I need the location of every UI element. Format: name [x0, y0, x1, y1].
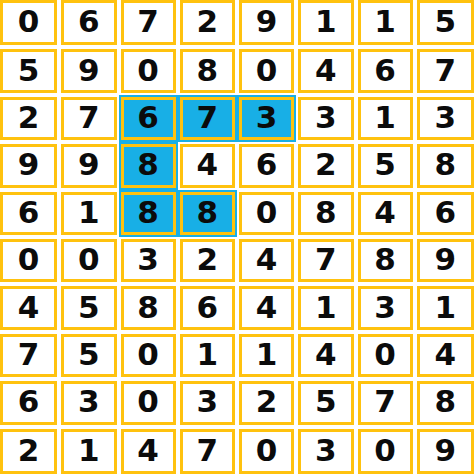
cell-digit: 5	[435, 6, 457, 37]
grid-cell-r7c0[interactable]: 7	[0, 332, 59, 379]
cell-digit: 4	[435, 339, 457, 370]
cell-digit: 1	[78, 435, 100, 466]
cell-frame: 5	[61, 286, 116, 329]
cell-digit: 5	[18, 55, 40, 86]
cell-frame: 6	[417, 192, 474, 235]
grid-cell-r3c0[interactable]: 9	[0, 142, 59, 189]
cell-digit: 6	[256, 149, 278, 180]
cell-frame: 2	[180, 239, 235, 282]
cell-frame: 0	[0, 0, 57, 45]
cell-frame: 7	[298, 239, 353, 282]
cell-digit: 0	[137, 55, 159, 86]
cell-frame: 6	[61, 0, 116, 45]
grid-cell-r7c4[interactable]: 1	[237, 332, 296, 379]
grid-cell-r7c2[interactable]: 0	[119, 332, 178, 379]
grid-cell-r0c3[interactable]: 2	[178, 0, 237, 47]
cell-frame: 6	[180, 286, 235, 329]
grid-cell-r8c7[interactable]: 8	[415, 379, 474, 426]
cell-digit: 4	[315, 339, 337, 370]
cell-frame: 3	[417, 97, 474, 140]
cell-digit: 8	[435, 386, 457, 417]
grid-cell-r8c6[interactable]: 7	[356, 379, 415, 426]
cell-frame: 0	[121, 49, 176, 92]
cell-frame: 3	[239, 97, 294, 140]
cell-digit: 0	[78, 244, 100, 275]
cell-frame: 2	[239, 381, 294, 424]
cell-digit: 6	[137, 102, 159, 133]
grid-cell-r1c0[interactable]: 5	[0, 47, 59, 94]
cell-digit: 8	[197, 55, 219, 86]
cell-frame: 1	[358, 0, 413, 45]
grid-cell-r3c1[interactable]: 9	[59, 142, 118, 189]
cell-digit: 1	[374, 6, 396, 37]
cell-frame: 3	[121, 239, 176, 282]
grid-cell-r4c7[interactable]: 6	[415, 190, 474, 237]
cell-frame: 1	[417, 286, 474, 329]
cell-digit: 0	[256, 435, 278, 466]
cell-frame: 7	[61, 97, 116, 140]
cell-digit: 5	[374, 149, 396, 180]
cell-digit: 7	[197, 435, 219, 466]
cell-frame: 4	[0, 286, 57, 329]
grid-cell-r2c3[interactable]: 7	[178, 95, 237, 142]
grid-cell-r6c4[interactable]: 4	[237, 284, 296, 331]
cell-digit: 4	[256, 292, 278, 323]
cell-frame: 6	[121, 97, 176, 140]
grid-cell-r9c1[interactable]: 1	[59, 427, 118, 474]
cell-digit: 3	[137, 244, 159, 275]
grid-cell-r9c0[interactable]: 2	[0, 427, 59, 474]
cell-digit: 0	[256, 55, 278, 86]
cell-digit: 9	[435, 435, 457, 466]
grid-cell-r5c7[interactable]: 9	[415, 237, 474, 284]
cell-frame: 2	[180, 0, 235, 45]
cell-frame: 0	[121, 381, 176, 424]
grid-cell-r0c1[interactable]: 6	[59, 0, 118, 47]
cell-frame: 3	[298, 429, 353, 474]
cell-digit: 5	[78, 292, 100, 323]
cell-digit: 5	[78, 339, 100, 370]
cell-digit: 0	[18, 6, 40, 37]
grid-cell-r5c2[interactable]: 3	[119, 237, 178, 284]
grid-cell-r9c4[interactable]: 0	[237, 427, 296, 474]
cell-digit: 1	[315, 6, 337, 37]
grid-cell-r8c1[interactable]: 3	[59, 379, 118, 426]
cell-digit: 4	[18, 292, 40, 323]
cell-digit: 3	[374, 292, 396, 323]
cell-frame: 3	[298, 97, 353, 140]
grid-cell-r1c7[interactable]: 7	[415, 47, 474, 94]
grid-cell-r4c5[interactable]: 8	[296, 190, 355, 237]
grid-cell-r9c6[interactable]: 0	[356, 427, 415, 474]
cell-digit: 2	[18, 435, 40, 466]
cell-frame: 7	[180, 97, 235, 140]
cell-digit: 8	[435, 149, 457, 180]
grid-cell-r6c6[interactable]: 3	[356, 284, 415, 331]
cell-frame: 4	[298, 49, 353, 92]
cell-frame: 7	[417, 49, 474, 92]
cell-digit: 9	[78, 149, 100, 180]
cell-digit: 0	[137, 339, 159, 370]
grid-cell-r3c3[interactable]: 4	[178, 142, 237, 189]
cell-frame: 2	[0, 429, 57, 474]
cell-frame: 6	[358, 49, 413, 92]
cell-frame: 0	[358, 334, 413, 377]
cell-frame: 5	[417, 0, 474, 45]
cell-frame: 1	[298, 0, 353, 45]
cell-frame: 7	[0, 334, 57, 377]
cell-digit: 3	[435, 102, 457, 133]
cell-digit: 7	[137, 6, 159, 37]
cell-digit: 6	[435, 197, 457, 228]
cell-frame: 0	[239, 192, 294, 235]
grid-cell-r9c2[interactable]: 4	[119, 427, 178, 474]
grid-cell-r5c4[interactable]: 4	[237, 237, 296, 284]
grid-cell-r0c7[interactable]: 5	[415, 0, 474, 47]
cell-frame: 9	[417, 429, 474, 474]
cell-digit: 1	[315, 292, 337, 323]
grid-cell-r4c6[interactable]: 4	[356, 190, 415, 237]
cell-frame: 8	[298, 192, 353, 235]
cell-digit: 7	[78, 102, 100, 133]
cell-digit: 9	[256, 6, 278, 37]
cell-digit: 3	[78, 386, 100, 417]
cell-digit: 9	[78, 55, 100, 86]
grid-cell-r0c5[interactable]: 1	[296, 0, 355, 47]
grid-cell-r1c3[interactable]: 8	[178, 47, 237, 94]
cell-frame: 0	[239, 49, 294, 92]
grid-cell-r6c7[interactable]: 1	[415, 284, 474, 331]
grid-cell-r3c2[interactable]: 8	[119, 142, 178, 189]
cell-digit: 3	[197, 386, 219, 417]
grid-cell-r1c1[interactable]: 9	[59, 47, 118, 94]
cell-digit: 6	[374, 55, 396, 86]
grid-cell-r2c0[interactable]: 2	[0, 95, 59, 142]
cell-frame: 0	[239, 429, 294, 474]
cell-frame: 4	[180, 144, 235, 187]
cell-digit: 3	[315, 435, 337, 466]
grid-cell-r3c6[interactable]: 5	[356, 142, 415, 189]
grid-cell-r4c1[interactable]: 1	[59, 190, 118, 237]
grid-cell-r7c1[interactable]: 5	[59, 332, 118, 379]
cell-frame: 5	[298, 381, 353, 424]
cell-digit: 7	[197, 102, 219, 133]
cell-frame: 4	[239, 286, 294, 329]
grid-cell-r0c4[interactable]: 9	[237, 0, 296, 47]
grid-cell-r2c5[interactable]: 3	[296, 95, 355, 142]
grid-cell-r5c5[interactable]: 7	[296, 237, 355, 284]
cell-digit: 4	[315, 55, 337, 86]
grid-cell-r9c3[interactable]: 7	[178, 427, 237, 474]
cell-frame: 2	[0, 97, 57, 140]
cell-digit: 3	[315, 102, 337, 133]
cell-frame: 5	[0, 49, 57, 92]
cell-frame: 0	[0, 239, 57, 282]
cell-frame: 6	[239, 144, 294, 187]
cell-digit: 1	[197, 339, 219, 370]
grid-cell-r9c7[interactable]: 9	[415, 427, 474, 474]
cell-frame: 8	[358, 239, 413, 282]
number-grid: 0672911559080467276733139984625861880846…	[0, 0, 474, 474]
cell-frame: 1	[61, 429, 116, 474]
grid-cell-r8c4[interactable]: 2	[237, 379, 296, 426]
grid-cell-r8c0[interactable]: 6	[0, 379, 59, 426]
cell-frame: 4	[358, 192, 413, 235]
grid-cell-r5c6[interactable]: 8	[356, 237, 415, 284]
grid-cell-r4c2[interactable]: 8	[119, 190, 178, 237]
grid-cell-r1c5[interactable]: 4	[296, 47, 355, 94]
grid-cell-r5c1[interactable]: 0	[59, 237, 118, 284]
cell-digit: 4	[197, 149, 219, 180]
grid-cell-r9c5[interactable]: 3	[296, 427, 355, 474]
cell-frame: 8	[121, 144, 176, 187]
cell-digit: 1	[256, 339, 278, 370]
grid-cell-r6c1[interactable]: 5	[59, 284, 118, 331]
cell-digit: 8	[315, 197, 337, 228]
cell-frame: 8	[180, 49, 235, 92]
cell-digit: 2	[197, 244, 219, 275]
grid-cell-r8c2[interactable]: 0	[119, 379, 178, 426]
cell-frame: 6	[0, 192, 57, 235]
grid-cell-r6c0[interactable]: 4	[0, 284, 59, 331]
grid-cell-r3c5[interactable]: 2	[296, 142, 355, 189]
cell-digit: 0	[256, 197, 278, 228]
grid-cell-r4c4[interactable]: 0	[237, 190, 296, 237]
cell-digit: 6	[197, 292, 219, 323]
grid-cell-r2c6[interactable]: 1	[356, 95, 415, 142]
grid-cell-r1c2[interactable]: 0	[119, 47, 178, 94]
cell-frame: 0	[61, 239, 116, 282]
grid-cell-r5c0[interactable]: 0	[0, 237, 59, 284]
cell-digit: 7	[435, 55, 457, 86]
cell-digit: 6	[78, 6, 100, 37]
cell-digit: 1	[374, 102, 396, 133]
cell-frame: 7	[121, 0, 176, 45]
cell-frame: 9	[417, 239, 474, 282]
grid-cell-r1c6[interactable]: 6	[356, 47, 415, 94]
cell-digit: 5	[315, 386, 337, 417]
cell-digit: 2	[197, 6, 219, 37]
cell-digit: 0	[18, 244, 40, 275]
grid-cell-r7c6[interactable]: 0	[356, 332, 415, 379]
cell-frame: 7	[358, 381, 413, 424]
cell-digit: 7	[315, 244, 337, 275]
cell-frame: 9	[61, 49, 116, 92]
cell-digit: 0	[137, 386, 159, 417]
cell-digit: 4	[374, 197, 396, 228]
grid-cell-r0c0[interactable]: 0	[0, 0, 59, 47]
grid-cell-r0c2[interactable]: 7	[119, 0, 178, 47]
cell-digit: 6	[18, 386, 40, 417]
cell-digit: 1	[435, 292, 457, 323]
grid-cell-r4c3[interactable]: 8	[178, 190, 237, 237]
grid-cell-r3c4[interactable]: 6	[237, 142, 296, 189]
cell-frame: 5	[61, 334, 116, 377]
grid-cell-r7c5[interactable]: 4	[296, 332, 355, 379]
cell-digit: 2	[18, 102, 40, 133]
cell-digit: 8	[137, 292, 159, 323]
cell-frame: 3	[180, 381, 235, 424]
cell-frame: 4	[298, 334, 353, 377]
cell-digit: 9	[435, 244, 457, 275]
cell-frame: 1	[180, 334, 235, 377]
cell-digit: 6	[18, 197, 40, 228]
grid-cell-r2c2[interactable]: 6	[119, 95, 178, 142]
cell-frame: 5	[358, 144, 413, 187]
cell-frame: 3	[61, 381, 116, 424]
cell-frame: 1	[61, 192, 116, 235]
grid-cell-r4c0[interactable]: 6	[0, 190, 59, 237]
cell-frame: 1	[358, 97, 413, 140]
grid-cell-r6c5[interactable]: 1	[296, 284, 355, 331]
cell-frame: 8	[121, 286, 176, 329]
cell-frame: 8	[417, 144, 474, 187]
grid-cell-r6c2[interactable]: 8	[119, 284, 178, 331]
cell-frame: 3	[358, 286, 413, 329]
cell-digit: 8	[137, 197, 159, 228]
grid-cell-r2c1[interactable]: 7	[59, 95, 118, 142]
cell-frame: 6	[0, 381, 57, 424]
cell-frame: 0	[121, 334, 176, 377]
cell-frame: 9	[61, 144, 116, 187]
cell-digit: 2	[315, 149, 337, 180]
cell-frame: 1	[239, 334, 294, 377]
cell-frame: 0	[358, 429, 413, 474]
cell-digit: 9	[18, 149, 40, 180]
grid-cell-r8c3[interactable]: 3	[178, 379, 237, 426]
cell-digit: 7	[18, 339, 40, 370]
cell-frame: 2	[298, 144, 353, 187]
cell-digit: 8	[374, 244, 396, 275]
cell-frame: 4	[239, 239, 294, 282]
cell-digit: 8	[137, 149, 159, 180]
grid-cell-r3c7[interactable]: 8	[415, 142, 474, 189]
cell-digit: 0	[374, 435, 396, 466]
cell-frame: 4	[121, 429, 176, 474]
grid-cell-r2c4[interactable]: 3	[237, 95, 296, 142]
cell-frame: 9	[0, 144, 57, 187]
cell-digit: 0	[374, 339, 396, 370]
cell-frame: 4	[417, 334, 474, 377]
cell-digit: 1	[78, 197, 100, 228]
cell-digit: 7	[374, 386, 396, 417]
grid-cell-r6c3[interactable]: 6	[178, 284, 237, 331]
grid-cell-r7c7[interactable]: 4	[415, 332, 474, 379]
cell-frame: 8	[121, 192, 176, 235]
grid-cell-r7c3[interactable]: 1	[178, 332, 237, 379]
cell-frame: 8	[417, 381, 474, 424]
cell-frame: 8	[180, 192, 235, 235]
cell-digit: 4	[137, 435, 159, 466]
grid-cell-r8c5[interactable]: 5	[296, 379, 355, 426]
cell-frame: 9	[239, 0, 294, 45]
grid-cell-r0c6[interactable]: 1	[356, 0, 415, 47]
cell-frame: 1	[298, 286, 353, 329]
cell-digit: 4	[256, 244, 278, 275]
cell-digit: 3	[256, 102, 278, 133]
cell-digit: 2	[256, 386, 278, 417]
grid-cell-r5c3[interactable]: 2	[178, 237, 237, 284]
grid-cell-r1c4[interactable]: 0	[237, 47, 296, 94]
grid-cell-r2c7[interactable]: 3	[415, 95, 474, 142]
cell-frame: 7	[180, 429, 235, 474]
cell-digit: 8	[197, 197, 219, 228]
